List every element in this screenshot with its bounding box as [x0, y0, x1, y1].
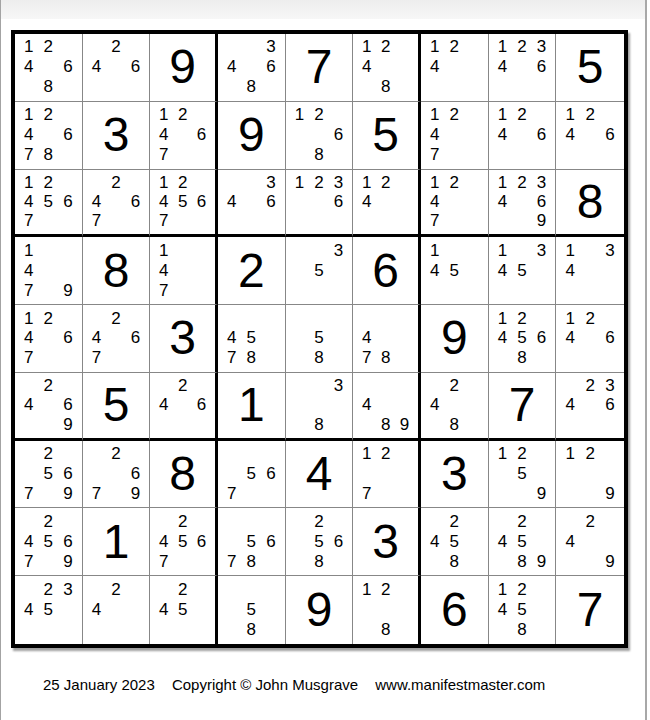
candidate-digit: 4 — [560, 531, 580, 551]
candidate-digit — [173, 395, 192, 414]
candidate-digit — [106, 57, 126, 77]
candidate-digit: 8 — [376, 348, 395, 368]
candidate-digit — [126, 211, 146, 230]
candidate-digit: 8 — [512, 620, 532, 640]
candidate-digit: 7 — [154, 145, 173, 165]
candidate-digit: 4 — [154, 192, 173, 211]
cell-r4c6[interactable]: 6 — [353, 237, 421, 305]
candidate-digit: 3 — [261, 173, 281, 192]
cell-r2c1[interactable]: 124678 — [15, 102, 83, 170]
candidate-digit — [261, 328, 281, 348]
solved-digit: 5 — [353, 102, 418, 169]
candidate-grid: 58 — [218, 576, 285, 644]
candidate-digit: 5 — [39, 599, 59, 619]
cell-r5c9[interactable]: 1246 — [556, 305, 624, 373]
candidate-digit: 6 — [261, 531, 281, 551]
candidate-digit: 8 — [309, 145, 329, 165]
solved-digit: 7 — [489, 373, 556, 438]
cell-r3c5[interactable]: 1236 — [286, 170, 354, 238]
candidate-digit: 5 — [512, 599, 532, 619]
candidate-digit — [261, 348, 281, 368]
cell-r6c5[interactable]: 38 — [286, 373, 354, 441]
cell-r6c9[interactable]: 2346 — [556, 373, 624, 441]
candidate-digit — [290, 414, 310, 433]
candidate-digit: 6 — [261, 464, 281, 484]
candidate-digit: 2 — [173, 376, 192, 395]
cell-r1c8[interactable]: 12346 — [489, 34, 557, 102]
cell-r1c6[interactable]: 1248 — [353, 34, 421, 102]
cell-r4c2[interactable]: 8 — [83, 237, 151, 305]
solved-digit: 1 — [218, 373, 285, 438]
candidate-digit — [376, 57, 395, 77]
candidate-digit — [87, 308, 107, 328]
candidate-digit: 4 — [19, 192, 39, 211]
candidate-digit: 6 — [58, 531, 78, 551]
candidate-digit — [58, 308, 78, 328]
candidate-digit — [39, 395, 59, 414]
candidate-grid: 248 — [421, 373, 488, 438]
candidate-grid: 24 — [83, 576, 150, 644]
candidate-digit: 6 — [329, 125, 349, 145]
candidate-digit — [290, 511, 310, 531]
candidate-digit: 2 — [376, 444, 395, 464]
candidate-digit — [493, 620, 513, 640]
solved-digit: 1 — [83, 508, 150, 575]
cell-r4c9[interactable]: 134 — [556, 237, 624, 305]
candidate-digit: 9 — [532, 211, 552, 230]
candidate-digit: 3 — [532, 173, 552, 192]
candidate-digit: 2 — [512, 308, 532, 328]
candidate-digit: 3 — [329, 173, 349, 192]
candidate-digit — [580, 125, 600, 145]
cell-r6c8[interactable]: 7 — [489, 373, 557, 441]
candidate-digit: 5 — [309, 531, 329, 551]
candidate-digit: 6 — [58, 192, 78, 211]
cell-r6c7[interactable]: 248 — [421, 373, 489, 441]
cell-r8c4[interactable]: 5678 — [218, 508, 286, 576]
candidate-digit — [532, 464, 552, 484]
cell-r5c4[interactable]: 4578 — [218, 305, 286, 373]
candidate-grid: 12458 — [489, 576, 556, 644]
candidate-digit — [106, 348, 126, 368]
candidate-digit: 1 — [357, 173, 376, 192]
cell-r1c7[interactable]: 124 — [421, 34, 489, 102]
candidate-digit: 7 — [154, 551, 173, 571]
candidate-digit: 1 — [560, 308, 580, 328]
cell-r7c8[interactable]: 1259 — [489, 441, 557, 509]
cell-r9c1[interactable]: 2345 — [15, 576, 83, 644]
cell-r4c3[interactable]: 147 — [150, 237, 218, 305]
cell-r4c8[interactable]: 1345 — [489, 237, 557, 305]
candidate-digit — [222, 173, 242, 192]
candidate-digit — [376, 328, 395, 348]
candidate-digit: 2 — [173, 511, 192, 531]
candidate-grid: 489 — [353, 373, 418, 438]
cell-r5c7[interactable]: 9 — [421, 305, 489, 373]
candidate-digit — [425, 511, 445, 531]
candidate-digit: 2 — [39, 308, 59, 328]
cell-r8c5[interactable]: 2568 — [286, 508, 354, 576]
cell-r2c7[interactable]: 1247 — [421, 102, 489, 170]
candidate-digit — [445, 395, 465, 414]
candidate-digit: 1 — [19, 37, 39, 57]
candidate-digit — [106, 328, 126, 348]
candidate-digit — [242, 37, 262, 57]
candidate-grid: 123469 — [489, 170, 556, 235]
candidate-digit: 8 — [309, 414, 329, 433]
candidate-digit: 2 — [512, 511, 532, 531]
candidate-digit — [464, 211, 484, 230]
cell-r9c2[interactable]: 24 — [83, 576, 151, 644]
candidate-digit: 4 — [19, 57, 39, 77]
candidate-digit: 7 — [19, 551, 39, 571]
candidate-digit — [512, 280, 532, 300]
candidate-digit — [39, 348, 59, 368]
candidate-digit — [357, 620, 376, 640]
candidate-digit — [600, 511, 620, 531]
cell-r3c2[interactable]: 2467 — [83, 170, 151, 238]
candidate-digit — [58, 37, 78, 57]
candidate-digit — [261, 511, 281, 531]
candidate-digit: 4 — [19, 531, 39, 551]
candidate-digit — [261, 599, 281, 619]
candidate-digit — [329, 145, 349, 165]
candidate-digit — [376, 211, 395, 230]
candidate-digit — [290, 551, 310, 571]
cell-r6c1[interactable]: 2469 — [15, 373, 83, 441]
cell-r6c4[interactable]: 1 — [218, 373, 286, 441]
candidate-digit: 8 — [512, 348, 532, 368]
candidate-digit — [580, 280, 600, 300]
cell-r6c3[interactable]: 246 — [150, 373, 218, 441]
cell-r1c3[interactable]: 9 — [150, 34, 218, 102]
candidate-digit: 7 — [154, 280, 173, 300]
candidate-digit: 2 — [376, 37, 395, 57]
cell-r9c9[interactable]: 7 — [556, 576, 624, 644]
candidate-digit: 3 — [600, 240, 620, 260]
candidate-digit — [580, 531, 600, 551]
candidate-digit: 7 — [19, 145, 39, 165]
candidate-digit — [106, 620, 126, 640]
cell-r3c7[interactable]: 1247 — [421, 170, 489, 238]
candidate-digit: 3 — [329, 376, 349, 395]
cell-r7c3[interactable]: 8 — [150, 441, 218, 509]
candidate-digit: 5 — [39, 192, 59, 211]
cell-r2c6[interactable]: 5 — [353, 102, 421, 170]
cell-r7c2[interactable]: 2679 — [83, 441, 151, 509]
candidate-digit — [512, 192, 532, 211]
candidate-digit: 5 — [512, 260, 532, 280]
candidate-digit: 7 — [425, 211, 445, 230]
cell-r3c1[interactable]: 124567 — [15, 170, 83, 238]
candidate-digit — [106, 211, 126, 230]
candidate-digit: 6 — [600, 395, 620, 414]
cell-r1c1[interactable]: 12468 — [15, 34, 83, 102]
cell-r9c5[interactable]: 9 — [286, 576, 354, 644]
candidate-digit — [290, 125, 310, 145]
candidate-digit: 8 — [242, 77, 262, 97]
candidate-grid: 2679 — [83, 441, 150, 508]
cell-r5c6[interactable]: 478 — [353, 305, 421, 373]
candidate-digit: 6 — [126, 57, 146, 77]
candidate-grid: 245679 — [15, 508, 82, 575]
candidate-digit — [173, 240, 192, 260]
cell-r8c6[interactable]: 3 — [353, 508, 421, 576]
candidate-grid: 245 — [150, 576, 215, 644]
candidate-digit — [493, 145, 513, 165]
cell-r1c9[interactable]: 5 — [556, 34, 624, 102]
candidate-digit — [445, 57, 465, 77]
candidate-digit — [445, 145, 465, 165]
candidate-digit — [173, 280, 192, 300]
cell-r7c4[interactable]: 567 — [218, 441, 286, 509]
candidate-digit — [560, 551, 580, 571]
candidate-digit — [192, 173, 211, 192]
candidate-digit — [192, 211, 211, 230]
cell-r7c1[interactable]: 25679 — [15, 441, 83, 509]
candidate-digit: 7 — [19, 484, 39, 504]
candidate-digit: 8 — [242, 348, 262, 368]
candidate-grid: 127 — [353, 441, 418, 508]
candidate-grid: 124678 — [15, 102, 82, 169]
cell-r6c6[interactable]: 489 — [353, 373, 421, 441]
candidate-digit: 9 — [58, 484, 78, 504]
cell-r4c4[interactable]: 2 — [218, 237, 286, 305]
candidate-digit: 4 — [357, 57, 376, 77]
candidate-digit — [39, 260, 59, 280]
cell-r2c5[interactable]: 1268 — [286, 102, 354, 170]
candidate-grid: 58 — [286, 305, 353, 372]
candidate-digit — [512, 240, 532, 260]
candidate-grid: 145 — [421, 237, 488, 304]
cell-r2c4[interactable]: 9 — [218, 102, 286, 170]
candidate-digit — [493, 348, 513, 368]
candidate-digit: 4 — [87, 328, 107, 348]
candidate-digit — [290, 211, 310, 230]
candidate-digit: 7 — [19, 280, 39, 300]
cell-r9c7[interactable]: 6 — [421, 576, 489, 644]
cell-r5c8[interactable]: 124568 — [489, 305, 557, 373]
candidate-digit — [242, 511, 262, 531]
cell-r3c6[interactable]: 124 — [353, 170, 421, 238]
candidate-digit — [512, 484, 532, 504]
candidate-digit: 2 — [512, 444, 532, 464]
candidate-digit — [261, 579, 281, 599]
candidate-digit — [376, 484, 395, 504]
candidate-digit — [19, 376, 39, 395]
candidate-grid: 35 — [286, 237, 353, 304]
cell-r8c3[interactable]: 24567 — [150, 508, 218, 576]
candidate-digit — [173, 551, 192, 571]
candidate-digit: 2 — [445, 511, 465, 531]
cell-r7c6[interactable]: 127 — [353, 441, 421, 509]
candidate-digit — [261, 484, 281, 504]
candidate-digit — [58, 145, 78, 165]
cell-r4c7[interactable]: 145 — [421, 237, 489, 305]
cell-r8c8[interactable]: 24589 — [489, 508, 557, 576]
candidate-digit — [532, 280, 552, 300]
cell-r3c9[interactable]: 8 — [556, 170, 624, 238]
candidate-digit — [87, 444, 107, 464]
cell-r2c9[interactable]: 1246 — [556, 102, 624, 170]
candidate-digit: 2 — [173, 173, 192, 192]
candidate-digit — [192, 105, 211, 125]
candidate-digit: 4 — [493, 125, 513, 145]
candidate-digit: 5 — [173, 599, 192, 619]
candidate-digit: 9 — [126, 484, 146, 504]
candidate-digit: 8 — [445, 414, 465, 433]
candidate-digit: 2 — [512, 105, 532, 125]
cell-r9c8[interactable]: 12458 — [489, 576, 557, 644]
candidate-digit: 6 — [192, 125, 211, 145]
candidate-digit: 9 — [600, 551, 620, 571]
cell-r2c2[interactable]: 3 — [83, 102, 151, 170]
candidate-digit: 5 — [309, 328, 329, 348]
candidate-grid: 1479 — [15, 237, 82, 304]
candidate-digit — [425, 77, 445, 97]
candidate-digit — [329, 308, 349, 328]
candidate-digit: 8 — [39, 77, 59, 97]
candidate-digit: 7 — [357, 348, 376, 368]
candidate-digit — [493, 551, 513, 571]
candidate-digit — [192, 240, 211, 260]
candidate-digit — [464, 260, 484, 280]
candidate-digit — [222, 579, 242, 599]
candidate-grid: 12468 — [15, 34, 82, 101]
candidate-grid: 134 — [556, 237, 624, 304]
cell-r3c8[interactable]: 123469 — [489, 170, 557, 238]
candidate-digit: 6 — [126, 464, 146, 484]
cell-r5c5[interactable]: 58 — [286, 305, 354, 373]
candidate-digit — [376, 376, 395, 395]
candidate-grid: 1247 — [421, 170, 488, 235]
candidate-digit: 4 — [222, 57, 242, 77]
candidate-digit — [600, 260, 620, 280]
candidate-digit: 7 — [19, 348, 39, 368]
candidate-digit — [106, 464, 126, 484]
candidate-digit — [154, 620, 173, 640]
candidate-digit — [19, 444, 39, 464]
cell-r5c1[interactable]: 12467 — [15, 305, 83, 373]
candidate-digit — [357, 308, 376, 328]
candidate-digit: 8 — [512, 551, 532, 571]
cell-r2c8[interactable]: 1246 — [489, 102, 557, 170]
cell-r3c3[interactable]: 124567 — [150, 170, 218, 238]
cell-r6c2[interactable]: 5 — [83, 373, 151, 441]
candidate-digit — [357, 414, 376, 433]
cell-r1c4[interactable]: 3468 — [218, 34, 286, 102]
candidate-digit: 6 — [600, 125, 620, 145]
candidate-digit — [329, 395, 349, 414]
candidate-digit — [106, 77, 126, 97]
candidate-digit — [222, 511, 242, 531]
cell-r9c3[interactable]: 245 — [150, 576, 218, 644]
page-header-strip — [1, 0, 645, 19]
candidate-grid: 38 — [286, 373, 353, 438]
cell-r9c6[interactable]: 128 — [353, 576, 421, 644]
cell-r7c9[interactable]: 129 — [556, 441, 624, 509]
candidate-digit — [512, 145, 532, 165]
cell-r9c4[interactable]: 58 — [218, 576, 286, 644]
candidate-digit — [242, 484, 262, 504]
page-right-border — [645, 0, 647, 720]
sudoku-board: 1246824693468712481241234651246783124679… — [11, 30, 628, 648]
candidate-digit: 2 — [106, 173, 126, 192]
cell-r8c7[interactable]: 2458 — [421, 508, 489, 576]
candidate-digit: 2 — [106, 579, 126, 599]
candidate-digit — [395, 395, 414, 414]
candidate-digit — [87, 464, 107, 484]
candidate-digit — [19, 620, 39, 640]
candidate-digit — [580, 260, 600, 280]
solved-digit: 3 — [353, 508, 418, 575]
cell-r1c5[interactable]: 7 — [286, 34, 354, 102]
page-left-border — [0, 0, 1, 720]
candidate-digit — [329, 211, 349, 230]
candidate-grid: 1259 — [489, 441, 556, 508]
candidate-digit — [290, 308, 310, 328]
candidate-digit — [464, 192, 484, 211]
candidate-digit: 4 — [493, 57, 513, 77]
candidate-digit: 2 — [309, 173, 329, 192]
cell-r5c3[interactable]: 3 — [150, 305, 218, 373]
candidate-digit — [464, 37, 484, 57]
candidate-digit — [126, 620, 146, 640]
cell-r8c1[interactable]: 245679 — [15, 508, 83, 576]
candidate-digit: 8 — [376, 620, 395, 640]
candidate-digit — [106, 484, 126, 504]
cell-r8c9[interactable]: 249 — [556, 508, 624, 576]
candidate-digit: 4 — [222, 192, 242, 211]
cell-r8c2[interactable]: 1 — [83, 508, 151, 576]
candidate-digit: 4 — [493, 531, 513, 551]
cell-r4c5[interactable]: 35 — [286, 237, 354, 305]
candidate-digit: 1 — [154, 240, 173, 260]
candidate-digit: 6 — [261, 192, 281, 211]
candidate-digit — [600, 414, 620, 433]
candidate-digit: 1 — [425, 37, 445, 57]
candidate-digit — [58, 260, 78, 280]
candidate-digit: 2 — [106, 444, 126, 464]
candidate-digit — [290, 192, 310, 211]
cell-r3c4[interactable]: 346 — [218, 170, 286, 238]
footer-copyright: Copyright © John Musgrave — [172, 676, 358, 693]
cell-r7c5[interactable]: 4 — [286, 441, 354, 509]
cell-r7c7[interactable]: 3 — [421, 441, 489, 509]
cell-r1c2[interactable]: 246 — [83, 34, 151, 102]
candidate-grid: 3468 — [218, 34, 285, 101]
candidate-digit — [173, 211, 192, 230]
candidate-digit — [395, 599, 414, 619]
candidate-digit — [192, 280, 211, 300]
solved-digit: 9 — [150, 34, 215, 101]
candidate-digit — [242, 308, 262, 328]
candidate-grid: 24589 — [489, 508, 556, 575]
cell-r5c2[interactable]: 2467 — [83, 305, 151, 373]
candidate-digit: 7 — [357, 484, 376, 504]
candidate-digit — [464, 125, 484, 145]
candidate-digit: 4 — [357, 395, 376, 414]
candidate-digit: 4 — [222, 328, 242, 348]
cell-r2c3[interactable]: 12467 — [150, 102, 218, 170]
candidate-digit — [532, 620, 552, 640]
candidate-digit: 6 — [532, 192, 552, 211]
candidate-digit: 2 — [445, 105, 465, 125]
candidate-digit — [464, 240, 484, 260]
candidate-digit: 6 — [532, 125, 552, 145]
cell-r4c1[interactable]: 1479 — [15, 237, 83, 305]
candidate-digit — [493, 464, 513, 484]
